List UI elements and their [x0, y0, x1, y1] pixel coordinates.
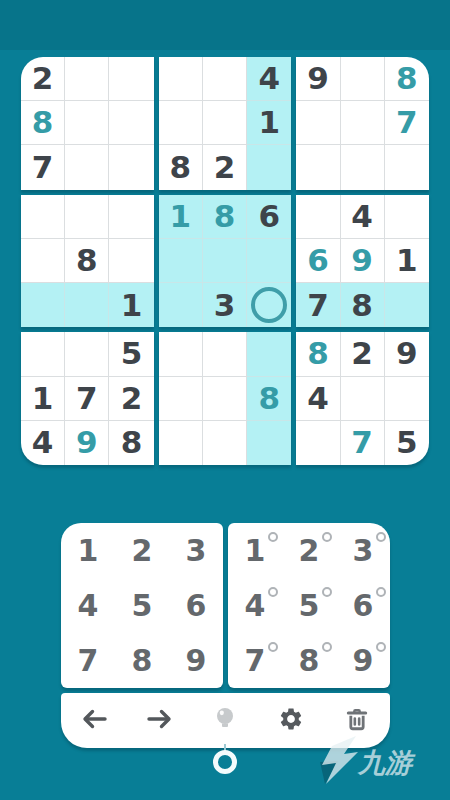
board-cell-r1c5[interactable] — [203, 57, 247, 101]
board-cell-r5c8[interactable]: 9 — [341, 239, 385, 283]
board-cell-r9c3[interactable]: 8 — [109, 421, 153, 465]
pad-digit: 7 — [245, 646, 266, 676]
board-cell-r3c5[interactable]: 2 — [203, 145, 247, 189]
board-cell-r6c4[interactable] — [159, 283, 203, 327]
undo-arrow-icon — [80, 707, 108, 735]
board-cell-r5c9[interactable]: 1 — [385, 239, 429, 283]
board-cell-r6c8[interactable]: 8 — [341, 283, 385, 327]
note-key-2[interactable]: 2 — [282, 523, 336, 578]
board-cell-r3c7[interactable] — [296, 145, 340, 189]
board-box-6: 469178 — [296, 195, 429, 328]
watermark-text: 九游 — [357, 747, 416, 778]
board-cell-r4c2[interactable] — [65, 195, 109, 239]
board-cell-r3c3[interactable] — [109, 145, 153, 189]
board-box-5: 1863 — [159, 195, 292, 328]
digit-key-6[interactable]: 6 — [169, 578, 223, 633]
digit-key-1[interactable]: 1 — [61, 523, 115, 578]
board-cell-r5c7[interactable]: 6 — [296, 239, 340, 283]
board-cell-r8c5[interactable] — [203, 377, 247, 421]
board-cell-r4c3[interactable] — [109, 195, 153, 239]
board-cell-r6c2[interactable] — [65, 283, 109, 327]
board-cell-r4c7[interactable] — [296, 195, 340, 239]
selected-cell-ring — [251, 287, 287, 323]
board-cell-r7c3[interactable]: 5 — [109, 332, 153, 376]
board-cell-r9c8[interactable]: 7 — [341, 421, 385, 465]
note-circle-icon — [376, 587, 386, 597]
redo-arrow-icon — [146, 707, 174, 735]
pad-digit: 7 — [78, 646, 99, 676]
digit-pad: 123456789 — [61, 523, 223, 688]
board-cell-r8c4[interactable] — [159, 377, 203, 421]
board-cell-r3c1[interactable]: 7 — [21, 145, 65, 189]
input-pads: 123456789 123456789 — [61, 523, 390, 688]
board-cell-r8c3[interactable]: 2 — [109, 377, 153, 421]
board-cell-r8c6[interactable]: 8 — [247, 377, 291, 421]
board-cell-r4c8[interactable]: 4 — [341, 195, 385, 239]
board-cell-r9c9[interactable]: 5 — [385, 421, 429, 465]
undo-button[interactable] — [71, 699, 117, 743]
pad-digit: 8 — [299, 646, 320, 676]
board-box-2: 4182 — [159, 57, 292, 190]
pad-digit: 2 — [299, 536, 320, 566]
board-box-8: 8 — [159, 332, 292, 465]
note-circle-icon — [322, 642, 332, 652]
board-cell-r1c7[interactable]: 9 — [296, 57, 340, 101]
note-key-9[interactable]: 9 — [336, 633, 390, 688]
board-cell-r4c5[interactable]: 8 — [203, 195, 247, 239]
pad-digit: 3 — [353, 536, 374, 566]
board-box-9: 829475 — [296, 332, 429, 465]
board-cell-r6c1[interactable] — [21, 283, 65, 327]
board-cell-r5c1[interactable] — [21, 239, 65, 283]
board-cell-r8c7[interactable]: 4 — [296, 377, 340, 421]
digit-key-3[interactable]: 3 — [169, 523, 223, 578]
board-cell-r2c3[interactable] — [109, 101, 153, 145]
board-cell-r5c6[interactable] — [247, 239, 291, 283]
board-box-1: 287 — [21, 57, 154, 190]
delete-button[interactable] — [334, 699, 380, 743]
trash-icon — [344, 706, 370, 736]
pad-digit: 1 — [245, 536, 266, 566]
digit-key-7[interactable]: 7 — [61, 633, 115, 688]
note-circle-icon — [376, 532, 386, 542]
note-key-6[interactable]: 6 — [336, 578, 390, 633]
redo-button[interactable] — [137, 699, 183, 743]
pad-digit: 3 — [186, 536, 207, 566]
board-box-7: 5172498 — [21, 332, 154, 465]
board-cell-r9c6[interactable] — [247, 421, 291, 465]
board-cell-r1c1[interactable]: 2 — [21, 57, 65, 101]
board-cell-r4c4[interactable]: 1 — [159, 195, 203, 239]
note-circle-icon — [322, 587, 332, 597]
hint-button[interactable] — [202, 699, 248, 743]
board-cell-r1c9[interactable]: 8 — [385, 57, 429, 101]
toolbar — [61, 693, 390, 748]
board-cell-r6c9[interactable] — [385, 283, 429, 327]
board-cell-r9c2[interactable]: 9 — [65, 421, 109, 465]
settings-button[interactable] — [268, 699, 314, 743]
board-cell-r6c6[interactable] — [247, 283, 291, 327]
sudoku-app-screen: 287418298781186346917851724988829475 123… — [0, 0, 450, 800]
board-cell-r2c2[interactable] — [65, 101, 109, 145]
board-cell-r1c6[interactable]: 4 — [247, 57, 291, 101]
pad-digit: 5 — [299, 591, 320, 621]
pad-digit: 1 — [78, 536, 99, 566]
board-cell-r5c3[interactable] — [109, 239, 153, 283]
note-key-3[interactable]: 3 — [336, 523, 390, 578]
board-cell-r6c5[interactable]: 3 — [203, 283, 247, 327]
pad-digit: 6 — [186, 591, 207, 621]
pad-digit: 2 — [132, 536, 153, 566]
board-cell-r1c3[interactable] — [109, 57, 153, 101]
note-circle-icon — [268, 642, 278, 652]
digit-key-9[interactable]: 9 — [169, 633, 223, 688]
board-cell-r2c7[interactable] — [296, 101, 340, 145]
board-cell-r5c2[interactable]: 8 — [65, 239, 109, 283]
board-cell-r4c6[interactable]: 6 — [247, 195, 291, 239]
pad-digit: 5 — [132, 591, 153, 621]
board-box-3: 987 — [296, 57, 429, 190]
digit-key-2[interactable]: 2 — [115, 523, 169, 578]
board-cell-r8c9[interactable] — [385, 377, 429, 421]
board-box-4: 81 — [21, 195, 154, 328]
board-cell-r7c8[interactable]: 2 — [341, 332, 385, 376]
board-cell-r8c1[interactable]: 1 — [21, 377, 65, 421]
note-circle-icon — [268, 587, 278, 597]
digit-key-4[interactable]: 4 — [61, 578, 115, 633]
board-cell-r9c7[interactable] — [296, 421, 340, 465]
board-cell-r9c1[interactable]: 4 — [21, 421, 65, 465]
note-circle-icon — [376, 642, 386, 652]
board-cell-r7c2[interactable] — [65, 332, 109, 376]
digit-key-5[interactable]: 5 — [115, 578, 169, 633]
board-cell-r3c6[interactable] — [247, 145, 291, 189]
pad-digit: 4 — [245, 591, 266, 621]
notes-pad: 123456789 — [228, 523, 390, 688]
digit-key-8[interactable]: 8 — [115, 633, 169, 688]
pad-digit: 4 — [78, 591, 99, 621]
pad-digit: 8 — [132, 646, 153, 676]
pad-digit: 6 — [353, 591, 374, 621]
board-cell-r3c2[interactable] — [65, 145, 109, 189]
board-cell-r2c6[interactable]: 1 — [247, 101, 291, 145]
board-cell-r2c8[interactable] — [341, 101, 385, 145]
board-cell-r1c8[interactable] — [341, 57, 385, 101]
board-cell-r8c2[interactable]: 7 — [65, 377, 109, 421]
pad-digit: 9 — [186, 646, 207, 676]
board-cell-r7c4[interactable] — [159, 332, 203, 376]
board-cell-r2c4[interactable] — [159, 101, 203, 145]
board-cell-r4c1[interactable] — [21, 195, 65, 239]
board-cell-r9c5[interactable] — [203, 421, 247, 465]
board-cell-r7c5[interactable] — [203, 332, 247, 376]
note-key-5[interactable]: 5 — [282, 578, 336, 633]
board-cell-r7c7[interactable]: 8 — [296, 332, 340, 376]
board-cell-r1c2[interactable] — [65, 57, 109, 101]
board-cell-r9c4[interactable] — [159, 421, 203, 465]
board-cell-r3c4[interactable]: 8 — [159, 145, 203, 189]
note-circle-icon — [322, 532, 332, 542]
note-key-1[interactable]: 1 — [228, 523, 282, 578]
board-cell-r2c1[interactable]: 8 — [21, 101, 65, 145]
board-cell-r7c6[interactable] — [247, 332, 291, 376]
board-cell-r8c8[interactable] — [341, 377, 385, 421]
hint-pull-ring[interactable] — [213, 750, 237, 774]
board-cell-r3c8[interactable] — [341, 145, 385, 189]
board-cell-r6c3[interactable]: 1 — [109, 283, 153, 327]
lightbulb-icon — [212, 706, 238, 736]
board-cell-r4c9[interactable] — [385, 195, 429, 239]
board-cell-r5c4[interactable] — [159, 239, 203, 283]
board-cell-r2c5[interactable] — [203, 101, 247, 145]
board-cell-r7c9[interactable]: 9 — [385, 332, 429, 376]
board-cell-r1c4[interactable] — [159, 57, 203, 101]
board-cell-r6c7[interactable]: 7 — [296, 283, 340, 327]
note-key-8[interactable]: 8 — [282, 633, 336, 688]
board-cell-r7c1[interactable] — [21, 332, 65, 376]
note-key-7[interactable]: 7 — [228, 633, 282, 688]
board-cell-r3c9[interactable] — [385, 145, 429, 189]
note-key-4[interactable]: 4 — [228, 578, 282, 633]
sudoku-board: 287418298781186346917851724988829475 — [21, 57, 429, 465]
board-cell-r2c9[interactable]: 7 — [385, 101, 429, 145]
pad-digit: 9 — [353, 646, 374, 676]
note-circle-icon — [268, 532, 278, 542]
board-cell-r5c5[interactable] — [203, 239, 247, 283]
gear-icon — [278, 706, 304, 736]
